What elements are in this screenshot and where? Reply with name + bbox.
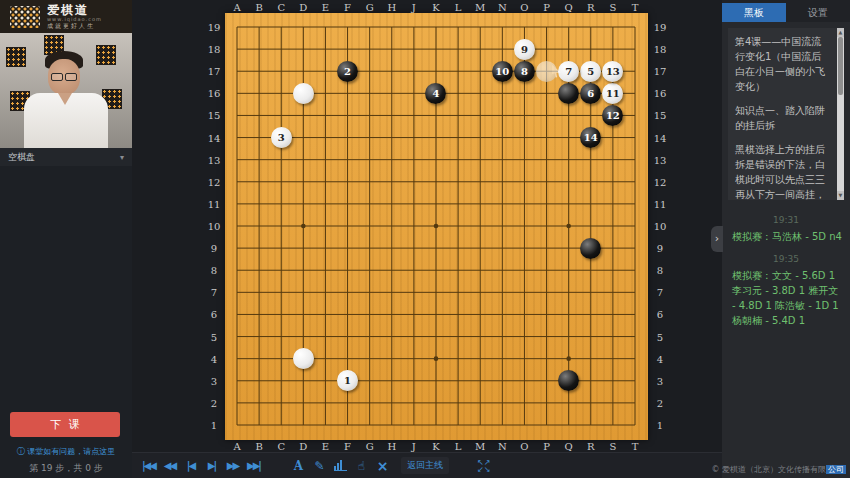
coord-label: 13 xyxy=(654,154,667,165)
logo-dots-icon xyxy=(10,6,40,28)
coord-label: 19 xyxy=(208,22,221,33)
step-forward-button[interactable]: ▶| xyxy=(201,453,222,478)
coord-label: 12 xyxy=(654,176,667,187)
coord-label: K xyxy=(432,2,439,13)
coord-label: H xyxy=(387,441,396,452)
coord-label: Q xyxy=(565,2,573,13)
sidebar-tabs: 黑板 设置 xyxy=(722,0,850,22)
sidebar-collapse-button[interactable]: › xyxy=(711,226,723,252)
coord-label: E xyxy=(322,2,329,13)
coord-label: 19 xyxy=(654,22,667,33)
coord-label: J xyxy=(412,441,416,452)
coord-label: 10 xyxy=(654,220,667,231)
coord-label: T xyxy=(632,441,639,452)
stone-white-Q17: 7 xyxy=(558,61,579,82)
scrollbar-thumb[interactable] xyxy=(838,37,843,95)
tab-settings[interactable]: 设置 xyxy=(786,3,850,22)
coord-label: 15 xyxy=(654,110,667,121)
coord-label: 17 xyxy=(208,66,221,77)
chat-panel: 19:31模拟赛：马浩林 - 5D n419:35模拟赛：文文 - 5.6D 1… xyxy=(722,205,850,332)
coord-label: M xyxy=(475,2,485,13)
lesson-note-paragraph: 黑棋选择上方的挂后拆是错误的下法，白棋此时可以先点三三再从下方一间高挂，黑棋模样… xyxy=(735,142,830,200)
stone-black-Q16 xyxy=(558,83,579,104)
chat-message: 模拟赛：马浩林 - 5D n4 xyxy=(722,229,850,244)
coord-label: 16 xyxy=(654,88,667,99)
fast-forward-button[interactable]: ▶▶ xyxy=(222,453,243,478)
chat-message: 模拟赛：文文 - 5.6D 1 李习元 - 3.8D 1 雅开文 - 4.8D … xyxy=(722,268,850,328)
coord-label: 18 xyxy=(654,44,667,55)
coord-label: G xyxy=(366,2,374,13)
playback-toolbar: |◀◀◀◀|◀▶|▶▶▶▶| A ✎ ☝ × 返回主线 ↖↗↙↘ xyxy=(132,452,722,478)
stone-black-Q3 xyxy=(558,370,579,391)
coord-label: O xyxy=(520,2,528,13)
coord-label: 3 xyxy=(657,375,663,386)
stone-black-N17: 10 xyxy=(492,61,513,82)
coord-label: 7 xyxy=(657,287,663,298)
chevron-down-icon: ▾ xyxy=(120,153,124,162)
stone-white-D16 xyxy=(293,83,314,104)
stone-black-O17: 8 xyxy=(514,61,535,82)
chat-timestamp: 19:35 xyxy=(722,254,850,264)
coord-label: L xyxy=(455,441,462,452)
coord-label: 9 xyxy=(657,243,663,254)
coord-label: 10 xyxy=(208,220,221,231)
hand-tool-button[interactable]: ☝ xyxy=(351,453,372,478)
help-link[interactable]: ⓘ 课堂如有问题，请点这里 xyxy=(0,446,132,457)
coord-label: 2 xyxy=(657,397,663,408)
stone-white-D4 xyxy=(293,348,314,369)
copyright-highlight: 公司 xyxy=(826,465,846,474)
stone-white-S16: 11 xyxy=(602,83,623,104)
coord-label: D xyxy=(299,2,307,13)
board-area: AABBCCDDEEFFGGHHJJKKLLMMNNOOPPQQRRSSTT19… xyxy=(132,0,722,478)
coord-label: 6 xyxy=(657,309,663,320)
fullscreen-button[interactable]: ↖↗↙↘ xyxy=(477,459,490,473)
board-select-label: 空棋盘 xyxy=(8,151,120,164)
coord-label: R xyxy=(587,2,595,13)
stone-white-R17: 5 xyxy=(580,61,601,82)
right-sidebar: 黑板 设置 第4课——中国流流行变化1（中国流后白在小目一侧的小飞变化）知识点一… xyxy=(722,0,850,478)
stone-white-S17: 13 xyxy=(602,61,623,82)
tab-blackboard[interactable]: 黑板 xyxy=(722,3,786,22)
coord-label: K xyxy=(432,441,439,452)
instructor-video xyxy=(0,33,132,148)
copyright-text: © 爱棋道（北京）文化传播有限公司 xyxy=(711,464,846,475)
coord-label: 5 xyxy=(657,331,663,342)
text-tool-button[interactable]: A xyxy=(288,453,309,478)
coord-label: F xyxy=(344,2,351,13)
coord-label: 15 xyxy=(208,110,221,121)
return-mainline-button[interactable]: 返回主线 xyxy=(401,457,449,474)
lesson-note-paragraph: 知识点一、踏入陷阱的挂后拆 xyxy=(735,103,830,133)
coord-label: 1 xyxy=(657,419,663,430)
stone-black-R9 xyxy=(580,238,601,259)
coord-label: A xyxy=(233,2,240,13)
coord-label: 1 xyxy=(211,419,217,430)
brand-logo: 爱棋道 www.iqidao.com 成就更好人生 xyxy=(0,0,132,33)
coord-label: C xyxy=(277,2,285,13)
left-sidebar: 爱棋道 www.iqidao.com 成就更好人生 空棋盘 ▾ 下课 ⓘ 课堂如… xyxy=(0,0,132,478)
coord-label: M xyxy=(475,441,485,452)
coord-label: 12 xyxy=(208,176,221,187)
jump-end-button[interactable]: ▶▶| xyxy=(243,453,264,478)
scroll-down-icon[interactable]: ▼ xyxy=(837,191,844,200)
chat-timestamp: 19:31 xyxy=(722,215,850,225)
coord-label: S xyxy=(609,441,616,452)
coord-label: O xyxy=(520,441,528,452)
board-select-dropdown[interactable]: 空棋盘 ▾ xyxy=(0,148,132,166)
coord-label: 8 xyxy=(657,265,663,276)
coord-label: B xyxy=(255,441,262,452)
coord-label: F xyxy=(344,441,351,452)
fast-backward-button[interactable]: ◀◀ xyxy=(159,453,180,478)
coord-label: 13 xyxy=(208,154,221,165)
coord-label: 18 xyxy=(208,44,221,55)
coord-label: T xyxy=(632,2,639,13)
coord-label: J xyxy=(412,2,416,13)
ghost-stone-white-P17 xyxy=(536,61,557,82)
coord-label: 6 xyxy=(211,309,217,320)
coord-label: B xyxy=(255,2,262,13)
scroll-up-icon[interactable]: ▲ xyxy=(837,28,844,37)
stone-black-K16: 4 xyxy=(425,83,446,104)
coord-label: H xyxy=(387,2,396,13)
jump-start-button[interactable]: |◀◀ xyxy=(138,453,159,478)
scrollbar[interactable]: ▲ ▼ xyxy=(837,28,844,200)
left-panel: 下课 ⓘ 课堂如有问题，请点这里 第 19 步，共 0 步 xyxy=(0,166,132,478)
coord-label: N xyxy=(498,441,507,452)
coord-label: 14 xyxy=(654,132,667,143)
coord-label: R xyxy=(587,441,595,452)
stone-white-F3: 1 xyxy=(337,370,358,391)
coord-label: P xyxy=(543,441,550,452)
stone-black-R14: 14 xyxy=(580,127,601,148)
lesson-note-paragraph: 第4课——中国流流行变化1（中国流后白在小目一侧的小飞变化） xyxy=(735,34,830,94)
clear-tool-button[interactable]: × xyxy=(372,453,393,478)
brand-slogan: 成就更好人生 xyxy=(47,23,102,30)
coord-label: 5 xyxy=(211,331,217,342)
coord-label: D xyxy=(299,441,307,452)
coord-label: 4 xyxy=(211,353,217,364)
brush-tool-button[interactable]: ✎ xyxy=(309,453,330,478)
coord-label: A xyxy=(233,441,240,452)
coord-label: 2 xyxy=(211,397,217,408)
coord-label: E xyxy=(322,441,329,452)
coord-label: G xyxy=(366,441,374,452)
coord-label: P xyxy=(543,2,550,13)
lesson-notes-panel: 第4课——中国流流行变化1（中国流后白在小目一侧的小飞变化）知识点一、踏入陷阱的… xyxy=(728,28,844,200)
chart-tool-button[interactable] xyxy=(334,460,347,471)
coord-label: 16 xyxy=(208,88,221,99)
coord-label: C xyxy=(277,441,285,452)
step-status: 第 19 步，共 0 步 xyxy=(0,462,132,475)
go-lesson-app: 爱棋道 www.iqidao.com 成就更好人生 空棋盘 ▾ 下课 ⓘ 课堂如… xyxy=(0,0,850,478)
stone-white-O18: 9 xyxy=(514,39,535,60)
coord-label: 7 xyxy=(211,287,217,298)
coord-label: 4 xyxy=(657,353,663,364)
coord-label: L xyxy=(455,2,462,13)
coord-label: 3 xyxy=(211,375,217,386)
stone-white-C14: 3 xyxy=(271,127,292,148)
coord-label: 11 xyxy=(208,198,221,209)
stone-black-R16: 6 xyxy=(580,83,601,104)
stones-layer: 1234567891011121314 xyxy=(226,16,646,436)
stone-black-S15: 12 xyxy=(602,105,623,126)
coord-label: 11 xyxy=(654,198,667,209)
coord-label: 14 xyxy=(208,132,221,143)
coord-label: Q xyxy=(565,441,573,452)
stone-black-F17: 2 xyxy=(337,61,358,82)
coord-label: S xyxy=(609,2,616,13)
coord-label: N xyxy=(498,2,507,13)
end-class-button[interactable]: 下课 xyxy=(10,412,120,437)
coord-label: 9 xyxy=(211,243,217,254)
coord-label: 8 xyxy=(211,265,217,276)
coord-label: 17 xyxy=(654,66,667,77)
step-backward-button[interactable]: |◀ xyxy=(180,453,201,478)
